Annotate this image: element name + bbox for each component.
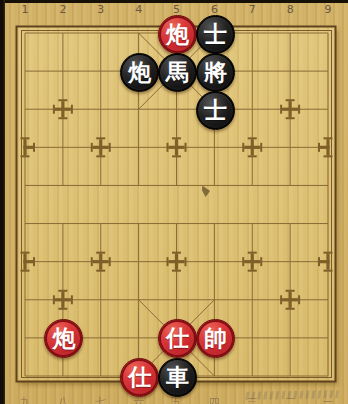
- piece-red-advisor-b[interactable]: 仕: [120, 358, 159, 397]
- pieces-layer: 炮士炮馬將士炮仕帥仕車: [0, 0, 348, 404]
- piece-glyph: 炮: [52, 327, 75, 350]
- xiangqi-app: 123456789 九八七六五四三二一 炮士炮馬將士炮仕帥仕車: [0, 0, 348, 404]
- piece-glyph: 士: [204, 99, 227, 122]
- piece-black-advisor-a[interactable]: 士: [196, 15, 235, 54]
- piece-black-cannon-a[interactable]: 炮: [120, 53, 159, 92]
- piece-glyph: 帥: [204, 327, 227, 350]
- piece-red-general[interactable]: 帥: [196, 319, 235, 358]
- piece-black-chariot[interactable]: 車: [158, 358, 197, 397]
- piece-black-horse-a[interactable]: 馬: [158, 53, 197, 92]
- piece-black-general[interactable]: 將: [196, 53, 235, 92]
- piece-glyph: 炮: [128, 61, 151, 84]
- piece-glyph: 仕: [166, 327, 189, 350]
- piece-glyph: 馬: [166, 61, 189, 84]
- piece-glyph: 士: [204, 23, 227, 46]
- piece-glyph: 仕: [128, 366, 151, 389]
- piece-glyph: 炮: [166, 23, 189, 46]
- piece-glyph: 將: [204, 61, 227, 84]
- piece-black-advisor-b[interactable]: 士: [196, 91, 235, 130]
- piece-glyph: 車: [166, 366, 189, 389]
- piece-red-cannon-a[interactable]: 炮: [158, 15, 197, 54]
- piece-red-cannon-b[interactable]: 炮: [44, 319, 83, 358]
- piece-red-advisor-a[interactable]: 仕: [158, 319, 197, 358]
- watermark: [245, 390, 339, 400]
